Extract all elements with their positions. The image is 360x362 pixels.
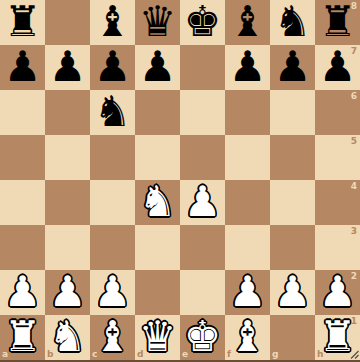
rank-label-4: 4: [351, 182, 357, 191]
square-d7[interactable]: ♟: [135, 45, 180, 90]
square-a4[interactable]: [0, 180, 45, 225]
square-b5[interactable]: [45, 135, 90, 180]
square-e1[interactable]: ♚e: [180, 315, 225, 360]
piece-white-knight[interactable]: ♞: [139, 181, 177, 223]
file-label-h: h: [317, 350, 323, 359]
piece-black-king[interactable]: ♚: [184, 1, 222, 43]
square-g5[interactable]: [270, 135, 315, 180]
square-e2[interactable]: [180, 270, 225, 315]
piece-white-knight[interactable]: ♞: [49, 316, 87, 358]
piece-black-queen[interactable]: ♛: [139, 1, 177, 43]
square-b7[interactable]: ♟: [45, 45, 90, 90]
square-h2[interactable]: ♟2: [315, 270, 360, 315]
square-e8[interactable]: ♚: [180, 0, 225, 45]
square-e7[interactable]: [180, 45, 225, 90]
piece-white-bishop[interactable]: ♝: [94, 316, 132, 358]
square-g7[interactable]: ♟: [270, 45, 315, 90]
square-g6[interactable]: [270, 90, 315, 135]
square-c3[interactable]: [90, 225, 135, 270]
square-c8[interactable]: ♝: [90, 0, 135, 45]
square-g1[interactable]: g: [270, 315, 315, 360]
piece-black-knight[interactable]: ♞: [274, 1, 312, 43]
square-f2[interactable]: ♟: [225, 270, 270, 315]
square-b8[interactable]: [45, 0, 90, 45]
piece-white-bishop[interactable]: ♝: [229, 316, 267, 358]
piece-black-bishop[interactable]: ♝: [229, 1, 267, 43]
square-h8[interactable]: ♜8: [315, 0, 360, 45]
square-g4[interactable]: [270, 180, 315, 225]
square-a3[interactable]: [0, 225, 45, 270]
square-e4[interactable]: ♟: [180, 180, 225, 225]
piece-black-rook[interactable]: ♜: [4, 1, 42, 43]
file-label-e: e: [182, 350, 188, 359]
piece-white-pawn[interactable]: ♟: [184, 181, 222, 223]
chess-board: ♜♝♛♚♝♞♜8♟♟♟♟♟♟♟7♞65♞♟43♟♟♟♟♟♟2♜a♞b♝c♛d♚e…: [0, 0, 360, 360]
rank-label-5: 5: [351, 137, 357, 146]
square-h4[interactable]: 4: [315, 180, 360, 225]
square-e3[interactable]: [180, 225, 225, 270]
piece-black-pawn[interactable]: ♟: [49, 46, 87, 88]
square-c6[interactable]: ♞: [90, 90, 135, 135]
piece-white-pawn[interactable]: ♟: [274, 271, 312, 313]
square-h6[interactable]: 6: [315, 90, 360, 135]
square-h7[interactable]: ♟7: [315, 45, 360, 90]
piece-black-pawn[interactable]: ♟: [274, 46, 312, 88]
square-c2[interactable]: ♟: [90, 270, 135, 315]
rank-label-2: 2: [351, 272, 357, 281]
square-d4[interactable]: ♞: [135, 180, 180, 225]
square-b6[interactable]: [45, 90, 90, 135]
square-f4[interactable]: [225, 180, 270, 225]
square-f1[interactable]: ♝f: [225, 315, 270, 360]
square-b2[interactable]: ♟: [45, 270, 90, 315]
piece-black-pawn[interactable]: ♟: [229, 46, 267, 88]
square-c5[interactable]: [90, 135, 135, 180]
square-h5[interactable]: 5: [315, 135, 360, 180]
square-a8[interactable]: ♜: [0, 0, 45, 45]
rank-label-8: 8: [351, 2, 357, 11]
square-g8[interactable]: ♞: [270, 0, 315, 45]
square-f3[interactable]: [225, 225, 270, 270]
square-a1[interactable]: ♜a: [0, 315, 45, 360]
piece-black-knight[interactable]: ♞: [94, 91, 132, 133]
rank-label-1: 1: [351, 317, 357, 326]
piece-white-pawn[interactable]: ♟: [4, 271, 42, 313]
square-c7[interactable]: ♟: [90, 45, 135, 90]
rank-label-7: 7: [351, 47, 357, 56]
piece-white-king[interactable]: ♚: [184, 316, 222, 358]
file-label-b: b: [47, 350, 53, 359]
piece-white-rook[interactable]: ♜: [4, 316, 42, 358]
square-a2[interactable]: ♟: [0, 270, 45, 315]
rank-label-6: 6: [351, 92, 357, 101]
file-label-f: f: [227, 350, 231, 359]
piece-black-pawn[interactable]: ♟: [139, 46, 177, 88]
square-f8[interactable]: ♝: [225, 0, 270, 45]
square-f7[interactable]: ♟: [225, 45, 270, 90]
square-c1[interactable]: ♝c: [90, 315, 135, 360]
square-a6[interactable]: [0, 90, 45, 135]
square-d2[interactable]: [135, 270, 180, 315]
file-label-d: d: [137, 350, 143, 359]
piece-black-bishop[interactable]: ♝: [94, 1, 132, 43]
piece-white-queen[interactable]: ♛: [139, 316, 177, 358]
square-b1[interactable]: ♞b: [45, 315, 90, 360]
file-label-c: c: [92, 350, 97, 359]
square-g2[interactable]: ♟: [270, 270, 315, 315]
piece-black-pawn[interactable]: ♟: [94, 46, 132, 88]
file-label-g: g: [272, 350, 278, 359]
square-d3[interactable]: [135, 225, 180, 270]
rank-label-3: 3: [351, 227, 357, 236]
square-a7[interactable]: ♟: [0, 45, 45, 90]
square-d5[interactable]: [135, 135, 180, 180]
square-h3[interactable]: 3: [315, 225, 360, 270]
file-label-a: a: [2, 350, 8, 359]
piece-white-pawn[interactable]: ♟: [49, 271, 87, 313]
square-c4[interactable]: [90, 180, 135, 225]
square-e5[interactable]: [180, 135, 225, 180]
square-b3[interactable]: [45, 225, 90, 270]
square-f5[interactable]: [225, 135, 270, 180]
square-d6[interactable]: [135, 90, 180, 135]
square-a5[interactable]: [0, 135, 45, 180]
square-e6[interactable]: [180, 90, 225, 135]
square-f6[interactable]: [225, 90, 270, 135]
piece-white-pawn[interactable]: ♟: [94, 271, 132, 313]
square-d1[interactable]: ♛d: [135, 315, 180, 360]
square-d8[interactable]: ♛: [135, 0, 180, 45]
piece-black-pawn[interactable]: ♟: [4, 46, 42, 88]
piece-white-pawn[interactable]: ♟: [229, 271, 267, 313]
square-g3[interactable]: [270, 225, 315, 270]
square-b4[interactable]: [45, 180, 90, 225]
chess-board-container: ♜♝♛♚♝♞♜8♟♟♟♟♟♟♟7♞65♞♟43♟♟♟♟♟♟2♜a♞b♝c♛d♚e…: [0, 0, 360, 362]
resize-handle-icon[interactable]: [348, 348, 359, 359]
